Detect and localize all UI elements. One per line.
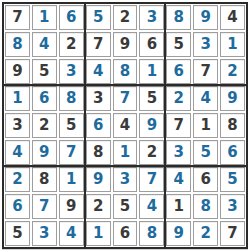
- sudoku-board: 7165238948427965319534816721683752493256…: [2, 2, 248, 249]
- cell-r5c2[interactable]: 2: [31, 112, 58, 139]
- cell-r6c8[interactable]: 5: [192, 139, 219, 166]
- cell-digit: 1: [66, 172, 76, 187]
- cell-r9c9[interactable]: 7: [219, 220, 246, 247]
- cell-r3c6[interactable]: 1: [138, 58, 165, 85]
- cell-r1c8[interactable]: 9: [192, 4, 219, 31]
- cell-digit: 3: [120, 172, 130, 187]
- cell-r8c9[interactable]: 3: [219, 193, 246, 220]
- cell-r6c1[interactable]: 4: [4, 139, 31, 166]
- cell-digit: 4: [39, 37, 49, 52]
- cell-r3c4[interactable]: 4: [85, 58, 112, 85]
- cell-digit: 5: [66, 118, 76, 133]
- cell-r8c4[interactable]: 2: [85, 193, 112, 220]
- cell-r2c5[interactable]: 9: [112, 31, 139, 58]
- cell-r7c8[interactable]: 6: [192, 166, 219, 193]
- cell-digit: 7: [120, 91, 130, 106]
- cell-digit: 1: [12, 91, 22, 106]
- cell-digit: 8: [174, 10, 184, 25]
- cell-r3c8[interactable]: 7: [192, 58, 219, 85]
- cell-r3c9[interactable]: 2: [219, 58, 246, 85]
- cell-digit: 2: [39, 118, 49, 133]
- cell-r6c4[interactable]: 8: [85, 139, 112, 166]
- cell-digit: 7: [200, 64, 210, 79]
- cell-digit: 3: [12, 118, 22, 133]
- cell-r3c3[interactable]: 3: [58, 58, 85, 85]
- cell-digit: 5: [227, 172, 237, 187]
- cell-r4c5[interactable]: 7: [112, 85, 139, 112]
- cell-digit: 9: [147, 118, 157, 133]
- cell-digit: 4: [12, 145, 22, 160]
- cell-r4c9[interactable]: 9: [219, 85, 246, 112]
- cell-r1c2[interactable]: 1: [31, 4, 58, 31]
- cell-digit: 6: [39, 91, 49, 106]
- cell-r9c8[interactable]: 2: [192, 220, 219, 247]
- cell-r8c1[interactable]: 6: [4, 193, 31, 220]
- cell-r5c7[interactable]: 7: [165, 112, 192, 139]
- cell-r7c3[interactable]: 1: [58, 166, 85, 193]
- cell-r8c8[interactable]: 8: [192, 193, 219, 220]
- cell-digit: 2: [12, 172, 22, 187]
- cell-r2c9[interactable]: 1: [219, 31, 246, 58]
- cell-digit: 3: [200, 37, 210, 52]
- cell-r7c2[interactable]: 8: [31, 166, 58, 193]
- cell-r8c5[interactable]: 5: [112, 193, 139, 220]
- cell-digit: 8: [120, 64, 130, 79]
- cell-digit: 5: [120, 199, 130, 214]
- cell-r2c1[interactable]: 8: [4, 31, 31, 58]
- cell-r3c5[interactable]: 8: [112, 58, 139, 85]
- cell-r1c5[interactable]: 2: [112, 4, 139, 31]
- cell-r6c5[interactable]: 1: [112, 139, 139, 166]
- cell-r9c5[interactable]: 6: [112, 220, 139, 247]
- cell-r5c4[interactable]: 6: [85, 112, 112, 139]
- cell-digit: 8: [66, 91, 76, 106]
- cell-digit: 9: [120, 37, 130, 52]
- cell-digit: 7: [39, 199, 49, 214]
- cell-digit: 6: [12, 199, 22, 214]
- cell-r5c6[interactable]: 9: [138, 112, 165, 139]
- cell-r1c3[interactable]: 6: [58, 4, 85, 31]
- cell-digit: 6: [227, 145, 237, 160]
- cell-digit: 7: [66, 145, 76, 160]
- cell-r3c2[interactable]: 5: [31, 58, 58, 85]
- cell-digit: 6: [174, 64, 184, 79]
- cell-digit: 7: [93, 37, 103, 52]
- cell-digit: 7: [174, 118, 184, 133]
- cell-digit: 5: [12, 226, 22, 241]
- cell-r5c5[interactable]: 4: [112, 112, 139, 139]
- cell-r2c7[interactable]: 5: [165, 31, 192, 58]
- cell-digit: 8: [200, 199, 210, 214]
- cell-digit: 2: [66, 37, 76, 52]
- cell-digit: 8: [39, 172, 49, 187]
- cell-r2c6[interactable]: 6: [138, 31, 165, 58]
- cell-digit: 3: [174, 145, 184, 160]
- cell-digit: 3: [66, 64, 76, 79]
- cell-digit: 9: [200, 10, 210, 25]
- cell-digit: 2: [120, 10, 130, 25]
- cell-r1c1[interactable]: 7: [4, 4, 31, 31]
- cell-digit: 2: [147, 145, 157, 160]
- cell-digit: 1: [147, 64, 157, 79]
- cell-digit: 2: [227, 64, 237, 79]
- cell-digit: 3: [39, 226, 49, 241]
- cell-r8c7[interactable]: 1: [165, 193, 192, 220]
- cell-r4c8[interactable]: 4: [192, 85, 219, 112]
- cell-digit: 1: [39, 10, 49, 25]
- cell-digit: 4: [66, 226, 76, 241]
- cell-r7c7[interactable]: 4: [165, 166, 192, 193]
- cell-digit: 5: [174, 37, 184, 52]
- cell-r5c8[interactable]: 1: [192, 112, 219, 139]
- cell-digit: 5: [200, 145, 210, 160]
- cell-r9c1[interactable]: 5: [4, 220, 31, 247]
- cell-r9c3[interactable]: 4: [58, 220, 85, 247]
- cell-r4c6[interactable]: 5: [138, 85, 165, 112]
- cell-digit: 1: [93, 226, 103, 241]
- cell-r1c6[interactable]: 3: [138, 4, 165, 31]
- sudoku-page: 7165238948427965319534816721683752493256…: [0, 0, 250, 251]
- cell-digit: 4: [174, 172, 184, 187]
- cell-r6c2[interactable]: 9: [31, 139, 58, 166]
- cell-digit: 2: [200, 226, 210, 241]
- cell-r8c6[interactable]: 4: [138, 193, 165, 220]
- cell-digit: 1: [174, 199, 184, 214]
- cell-digit: 8: [227, 118, 237, 133]
- cell-r7c5[interactable]: 3: [112, 166, 139, 193]
- cell-digit: 3: [147, 10, 157, 25]
- cell-digit: 4: [200, 91, 210, 106]
- cell-r2c8[interactable]: 3: [192, 31, 219, 58]
- cell-digit: 5: [147, 91, 157, 106]
- cell-digit: 3: [93, 91, 103, 106]
- cell-r1c7[interactable]: 8: [165, 4, 192, 31]
- cell-r7c4[interactable]: 9: [85, 166, 112, 193]
- cell-r1c4[interactable]: 5: [85, 4, 112, 31]
- cell-r2c2[interactable]: 4: [31, 31, 58, 58]
- cell-digit: 6: [147, 37, 157, 52]
- cell-r6c9[interactable]: 6: [219, 139, 246, 166]
- cell-r8c2[interactable]: 7: [31, 193, 58, 220]
- cell-digit: 4: [147, 199, 157, 214]
- cell-r3c1[interactable]: 9: [4, 58, 31, 85]
- cell-r9c6[interactable]: 8: [138, 220, 165, 247]
- cell-digit: 1: [200, 118, 210, 133]
- cell-r6c7[interactable]: 3: [165, 139, 192, 166]
- cell-r3c7[interactable]: 6: [165, 58, 192, 85]
- cell-digit: 1: [120, 145, 130, 160]
- cell-r2c3[interactable]: 2: [58, 31, 85, 58]
- cell-r5c1[interactable]: 3: [4, 112, 31, 139]
- cell-r4c1[interactable]: 1: [4, 85, 31, 112]
- cell-r4c4[interactable]: 3: [85, 85, 112, 112]
- cell-digit: 9: [39, 145, 49, 160]
- cell-digit: 5: [93, 10, 103, 25]
- cell-r7c9[interactable]: 5: [219, 166, 246, 193]
- cell-r7c6[interactable]: 7: [138, 166, 165, 193]
- cell-digit: 9: [174, 226, 184, 241]
- cell-digit: 6: [66, 10, 76, 25]
- cell-digit: 1: [227, 37, 237, 52]
- cell-digit: 9: [93, 172, 103, 187]
- cell-digit: 3: [227, 199, 237, 214]
- cell-digit: 4: [93, 64, 103, 79]
- cell-digit: 9: [12, 64, 22, 79]
- cell-digit: 2: [93, 199, 103, 214]
- cell-digit: 6: [93, 118, 103, 133]
- cell-r4c3[interactable]: 8: [58, 85, 85, 112]
- cell-digit: 4: [120, 118, 130, 133]
- cell-r9c2[interactable]: 3: [31, 220, 58, 247]
- cell-r5c3[interactable]: 5: [58, 112, 85, 139]
- cell-r9c4[interactable]: 1: [85, 220, 112, 247]
- cell-r5c9[interactable]: 8: [219, 112, 246, 139]
- cell-digit: 9: [227, 91, 237, 106]
- cell-r4c7[interactable]: 2: [165, 85, 192, 112]
- cell-r2c4[interactable]: 7: [85, 31, 112, 58]
- cell-digit: 2: [174, 91, 184, 106]
- cell-digit: 9: [66, 199, 76, 214]
- cell-digit: 6: [200, 172, 210, 187]
- cell-digit: 7: [147, 172, 157, 187]
- cell-r7c1[interactable]: 2: [4, 166, 31, 193]
- cell-digit: 7: [12, 10, 22, 25]
- cell-digit: 8: [12, 37, 22, 52]
- cell-r6c6[interactable]: 2: [138, 139, 165, 166]
- cell-r9c7[interactable]: 9: [165, 220, 192, 247]
- cell-digit: 5: [39, 64, 49, 79]
- cell-r4c2[interactable]: 6: [31, 85, 58, 112]
- cell-digit: 8: [147, 226, 157, 241]
- cell-digit: 4: [227, 10, 237, 25]
- cell-digit: 6: [120, 226, 130, 241]
- cell-r1c9[interactable]: 4: [219, 4, 246, 31]
- cell-digit: 7: [227, 226, 237, 241]
- cell-r6c3[interactable]: 7: [58, 139, 85, 166]
- cell-digit: 8: [93, 145, 103, 160]
- cell-r8c3[interactable]: 9: [58, 193, 85, 220]
